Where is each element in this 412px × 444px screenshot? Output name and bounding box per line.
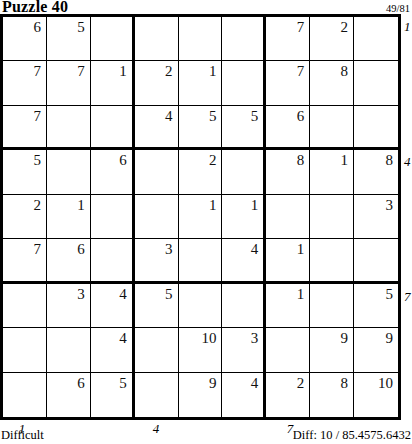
cell-r8c3[interactable]: 4 — [91, 328, 135, 372]
cell-r7c6[interactable] — [222, 284, 266, 328]
cell-r8c8[interactable]: 9 — [310, 328, 354, 372]
cell-r7c5[interactable] — [179, 284, 223, 328]
cell-r8c9[interactable]: 9 — [354, 328, 398, 372]
cell-r9c3[interactable]: 5 — [91, 373, 135, 417]
cell-r4c3[interactable]: 6 — [91, 150, 135, 194]
cell-r9c8[interactable]: 8 — [310, 373, 354, 417]
cell-r1c4[interactable] — [135, 17, 179, 61]
cell-r7c4[interactable]: 5 — [135, 284, 179, 328]
cell-r9c4[interactable] — [135, 373, 179, 417]
cell-r3c7[interactable]: 6 — [266, 106, 310, 150]
cell-r4c4[interactable] — [135, 150, 179, 194]
cell-r6c2[interactable]: 6 — [47, 239, 91, 283]
row-label-7: 7 — [404, 290, 412, 303]
cell-r4c5[interactable]: 2 — [179, 150, 223, 194]
cell-r7c8[interactable] — [310, 284, 354, 328]
cell-r6c9[interactable] — [354, 239, 398, 283]
cell-r2c6[interactable] — [222, 61, 266, 105]
cell-r5c1[interactable]: 2 — [3, 195, 47, 239]
cell-r7c3[interactable]: 4 — [91, 284, 135, 328]
cell-r1c8[interactable]: 2 — [310, 17, 354, 61]
cell-r6c3[interactable] — [91, 239, 135, 283]
difficulty-label: Difficult — [1, 429, 44, 442]
cell-r7c1[interactable] — [3, 284, 47, 328]
cell-r6c5[interactable] — [179, 239, 223, 283]
page-title: Puzzle 40 — [2, 0, 68, 14]
cell-r1c6[interactable] — [222, 17, 266, 61]
filled-counter: 49/81 — [386, 3, 410, 14]
cell-r8c5[interactable]: 10 — [179, 328, 223, 372]
cell-r1c7[interactable]: 7 — [266, 17, 310, 61]
cell-r8c6[interactable]: 3 — [222, 328, 266, 372]
cell-r6c8[interactable] — [310, 239, 354, 283]
cell-r2c8[interactable]: 8 — [310, 61, 354, 105]
cell-r2c7[interactable]: 7 — [266, 61, 310, 105]
cell-r7c9[interactable]: 5 — [354, 284, 398, 328]
cell-r6c7[interactable]: 1 — [266, 239, 310, 283]
cell-r3c2[interactable] — [47, 106, 91, 150]
cell-r7c2[interactable]: 3 — [47, 284, 91, 328]
cell-r8c1[interactable] — [3, 328, 47, 372]
cell-r9c7[interactable]: 2 — [266, 373, 310, 417]
cell-r1c3[interactable] — [91, 17, 135, 61]
cell-r1c9[interactable] — [354, 17, 398, 61]
col-label-4: 4 — [146, 422, 166, 435]
cell-r4c2[interactable] — [47, 150, 91, 194]
cell-r5c5[interactable]: 1 — [179, 195, 223, 239]
cell-r3c3[interactable] — [91, 106, 135, 150]
cell-r8c2[interactable] — [47, 328, 91, 372]
cell-r2c5[interactable]: 1 — [179, 61, 223, 105]
cell-r2c4[interactable]: 2 — [135, 61, 179, 105]
cell-r8c4[interactable] — [135, 328, 179, 372]
cell-r5c3[interactable] — [91, 195, 135, 239]
cell-r4c8[interactable]: 1 — [310, 150, 354, 194]
row-label-4: 4 — [404, 155, 412, 168]
cell-r2c3[interactable]: 1 — [91, 61, 135, 105]
cell-r6c4[interactable]: 3 — [135, 239, 179, 283]
difficulty-stat: Diff: 10 / 85.4575.6432 — [293, 429, 411, 442]
cell-r3c1[interactable]: 7 — [3, 106, 47, 150]
cell-r3c4[interactable]: 4 — [135, 106, 179, 150]
cell-r9c1[interactable] — [3, 373, 47, 417]
cell-r4c9[interactable]: 8 — [354, 150, 398, 194]
row-label-1: 1 — [404, 20, 412, 33]
cell-r3c8[interactable] — [310, 106, 354, 150]
cell-r1c5[interactable] — [179, 17, 223, 61]
cell-r3c9[interactable] — [354, 106, 398, 150]
cell-r2c2[interactable]: 7 — [47, 61, 91, 105]
cell-r4c7[interactable]: 8 — [266, 150, 310, 194]
cell-r3c6[interactable]: 5 — [222, 106, 266, 150]
cell-r1c2[interactable]: 5 — [47, 17, 91, 61]
puzzle-board: 6572771217874556562818211137634134515410… — [0, 14, 401, 420]
cell-r2c9[interactable] — [354, 61, 398, 105]
cell-r2c1[interactable]: 7 — [3, 61, 47, 105]
cell-r6c6[interactable]: 4 — [222, 239, 266, 283]
cell-r5c9[interactable]: 3 — [354, 195, 398, 239]
cell-r4c6[interactable] — [222, 150, 266, 194]
cell-r5c8[interactable] — [310, 195, 354, 239]
cell-r1c1[interactable]: 6 — [3, 17, 47, 61]
cell-r7c7[interactable]: 1 — [266, 284, 310, 328]
cell-r8c7[interactable] — [266, 328, 310, 372]
cell-r5c2[interactable]: 1 — [47, 195, 91, 239]
cell-r6c1[interactable]: 7 — [3, 239, 47, 283]
cell-r3c5[interactable]: 5 — [179, 106, 223, 150]
cell-r5c4[interactable] — [135, 195, 179, 239]
cell-r9c9[interactable]: 10 — [354, 373, 398, 417]
cell-r5c6[interactable]: 1 — [222, 195, 266, 239]
cell-r9c2[interactable]: 6 — [47, 373, 91, 417]
cell-r9c6[interactable]: 4 — [222, 373, 266, 417]
cell-r9c5[interactable]: 9 — [179, 373, 223, 417]
cell-r4c1[interactable]: 5 — [3, 150, 47, 194]
cell-r5c7[interactable] — [266, 195, 310, 239]
